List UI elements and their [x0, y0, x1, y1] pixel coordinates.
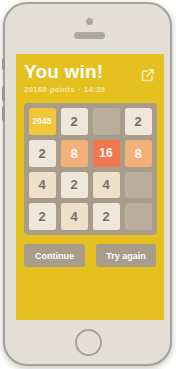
score-text: 20160 points	[24, 85, 75, 94]
try-again-button[interactable]: Try again	[96, 244, 156, 267]
home-button	[75, 329, 102, 356]
tile-2: 2	[125, 108, 152, 135]
tile-4: 4	[93, 172, 120, 199]
tile-4: 4	[61, 203, 88, 230]
tile-2: 2	[61, 108, 88, 135]
mute-switch	[2, 58, 5, 70]
cell-empty	[125, 172, 152, 199]
elapsed-time-text: 14:39	[84, 85, 105, 94]
tile-2: 2	[29, 140, 56, 167]
tile-16: 16	[93, 140, 120, 167]
tile-4: 4	[29, 172, 56, 199]
cell-empty	[125, 203, 152, 230]
front-camera-dot	[86, 18, 93, 25]
board: 20482228168424242	[24, 103, 157, 235]
share-icon[interactable]	[140, 68, 155, 83]
win-header: You win! 20160 points·14:39	[16, 54, 164, 94]
score-subtitle: 20160 points·14:39	[24, 85, 164, 94]
tile-2048: 2048	[29, 108, 56, 135]
tile-8: 8	[61, 140, 88, 167]
tile-2: 2	[61, 172, 88, 199]
subtitle-separator: ·	[78, 85, 81, 94]
continue-button[interactable]: Continue	[24, 244, 85, 267]
tile-2: 2	[29, 203, 56, 230]
tile-2: 2	[93, 203, 120, 230]
volume-down-button	[2, 106, 5, 121]
action-buttons: Continue Try again	[24, 244, 156, 267]
tile-8: 8	[125, 140, 152, 167]
phone-frame: You win! 20160 points·14:39 204822281684…	[3, 2, 172, 366]
cell-empty	[93, 108, 120, 135]
volume-up-button	[2, 86, 5, 101]
earpiece-speaker	[74, 32, 105, 39]
app-screen: You win! 20160 points·14:39 204822281684…	[16, 54, 164, 320]
